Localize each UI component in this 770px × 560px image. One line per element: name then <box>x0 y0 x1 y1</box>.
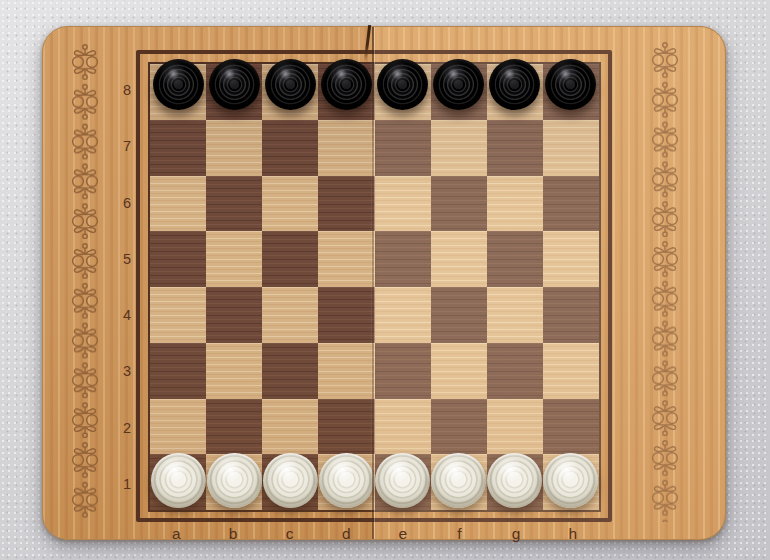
square-b8[interactable]: ⛂ <box>206 64 262 120</box>
square-f7[interactable] <box>431 120 487 176</box>
square-b5[interactable] <box>206 231 262 287</box>
square-b7[interactable] <box>206 120 262 176</box>
square-g2[interactable] <box>487 399 543 455</box>
square-f5[interactable] <box>431 231 487 287</box>
rank-label-6: 6 <box>109 175 133 231</box>
square-f3[interactable] <box>431 343 487 399</box>
square-g7[interactable] <box>487 120 543 176</box>
photo-background: 87654321 ⛂⛂⛂⛂⛂⛂⛂⛂⛀⛀⛀⛀⛀⛀⛀⛀ abcdefgh <box>0 0 770 560</box>
ornament-right-border <box>644 40 686 522</box>
game-board: 87654321 ⛂⛂⛂⛂⛂⛂⛂⛂⛀⛀⛀⛀⛀⛀⛀⛀ abcdefgh <box>42 26 726 540</box>
black-checker-h8[interactable]: ⛂ <box>545 59 596 110</box>
rank-label-5: 5 <box>109 231 133 287</box>
black-checker-d8[interactable]: ⛂ <box>321 59 372 110</box>
square-a4[interactable] <box>150 287 206 343</box>
square-h3[interactable] <box>543 343 599 399</box>
square-h6[interactable] <box>543 176 599 232</box>
black-checker-a8[interactable]: ⛂ <box>153 59 204 110</box>
file-label-c: c <box>261 524 318 544</box>
square-e4[interactable] <box>375 287 431 343</box>
rank-label-2: 2 <box>109 400 133 456</box>
square-d6[interactable] <box>318 176 374 232</box>
square-e5[interactable] <box>375 231 431 287</box>
square-a8[interactable]: ⛂ <box>150 64 206 120</box>
square-b2[interactable] <box>206 399 262 455</box>
square-c5[interactable] <box>262 231 318 287</box>
square-c8[interactable]: ⛂ <box>262 64 318 120</box>
rank-label-4: 4 <box>109 287 133 343</box>
square-e8[interactable]: ⛂ <box>375 64 431 120</box>
square-d3[interactable] <box>318 343 374 399</box>
square-a3[interactable] <box>150 343 206 399</box>
square-h4[interactable] <box>543 287 599 343</box>
rank-label-8: 8 <box>109 62 133 118</box>
square-a2[interactable] <box>150 399 206 455</box>
file-labels: abcdefgh <box>148 524 601 544</box>
square-a7[interactable] <box>150 120 206 176</box>
rank-label-7: 7 <box>109 118 133 174</box>
square-h7[interactable] <box>543 120 599 176</box>
square-h2[interactable] <box>543 399 599 455</box>
square-e6[interactable] <box>375 176 431 232</box>
square-f1[interactable]: ⛀ <box>431 454 487 510</box>
square-c4[interactable] <box>262 287 318 343</box>
white-checker-c1[interactable]: ⛀ <box>263 453 318 508</box>
square-f4[interactable] <box>431 287 487 343</box>
file-label-f: f <box>431 524 488 544</box>
square-g5[interactable] <box>487 231 543 287</box>
square-b4[interactable] <box>206 287 262 343</box>
square-d4[interactable] <box>318 287 374 343</box>
square-d8[interactable]: ⛂ <box>318 64 374 120</box>
square-c6[interactable] <box>262 176 318 232</box>
square-a5[interactable] <box>150 231 206 287</box>
square-h5[interactable] <box>543 231 599 287</box>
square-e2[interactable] <box>375 399 431 455</box>
square-c1[interactable]: ⛀ <box>262 454 318 510</box>
white-checker-d1[interactable]: ⛀ <box>319 453 374 508</box>
square-e7[interactable] <box>375 120 431 176</box>
square-a6[interactable] <box>150 176 206 232</box>
square-d1[interactable]: ⛀ <box>318 454 374 510</box>
square-g1[interactable]: ⛀ <box>487 454 543 510</box>
square-f6[interactable] <box>431 176 487 232</box>
file-label-g: g <box>488 524 545 544</box>
square-g4[interactable] <box>487 287 543 343</box>
white-checker-h1[interactable]: ⛀ <box>543 453 598 508</box>
square-c7[interactable] <box>262 120 318 176</box>
square-d5[interactable] <box>318 231 374 287</box>
square-b3[interactable] <box>206 343 262 399</box>
file-label-b: b <box>205 524 262 544</box>
white-checker-g1[interactable]: ⛀ <box>487 453 542 508</box>
black-checker-b8[interactable]: ⛂ <box>209 59 260 110</box>
file-label-a: a <box>148 524 205 544</box>
white-checker-b1[interactable]: ⛀ <box>207 453 262 508</box>
square-b6[interactable] <box>206 176 262 232</box>
square-g3[interactable] <box>487 343 543 399</box>
white-checker-f1[interactable]: ⛀ <box>431 453 486 508</box>
black-checker-c8[interactable]: ⛂ <box>265 59 316 110</box>
square-h1[interactable]: ⛀ <box>543 454 599 510</box>
square-a1[interactable]: ⛀ <box>150 454 206 510</box>
file-label-e: e <box>375 524 432 544</box>
square-d2[interactable] <box>318 399 374 455</box>
square-c3[interactable] <box>262 343 318 399</box>
file-label-d: d <box>318 524 375 544</box>
white-checker-e1[interactable]: ⛀ <box>375 453 430 508</box>
white-checker-a1[interactable]: ⛀ <box>151 453 206 508</box>
square-c2[interactable] <box>262 399 318 455</box>
square-h8[interactable]: ⛂ <box>543 64 599 120</box>
square-e3[interactable] <box>375 343 431 399</box>
square-g6[interactable] <box>487 176 543 232</box>
square-b1[interactable]: ⛀ <box>206 454 262 510</box>
ornament-left-border <box>64 42 106 520</box>
rank-label-1: 1 <box>109 456 133 512</box>
playing-field: ⛂⛂⛂⛂⛂⛂⛂⛂⛀⛀⛀⛀⛀⛀⛀⛀ <box>148 62 601 512</box>
square-e1[interactable]: ⛀ <box>375 454 431 510</box>
square-f8[interactable]: ⛂ <box>431 64 487 120</box>
square-f2[interactable] <box>431 399 487 455</box>
file-label-h: h <box>544 524 601 544</box>
black-checker-e8[interactable]: ⛂ <box>377 59 428 110</box>
rank-label-3: 3 <box>109 343 133 399</box>
square-g8[interactable]: ⛂ <box>487 64 543 120</box>
black-checker-f8[interactable]: ⛂ <box>433 59 484 110</box>
rank-labels: 87654321 <box>109 62 133 512</box>
black-checker-g8[interactable]: ⛂ <box>489 59 540 110</box>
square-d7[interactable] <box>318 120 374 176</box>
